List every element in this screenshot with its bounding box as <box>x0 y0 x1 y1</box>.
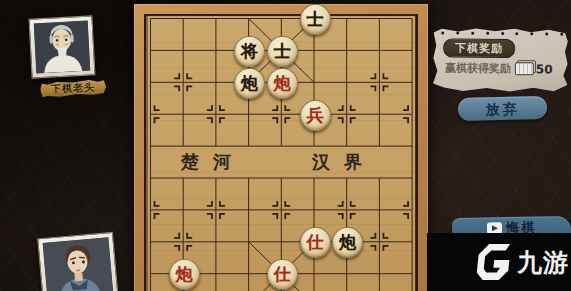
xiangqi-piece-black[interactable]: 炮 <box>332 227 363 258</box>
reward-title-badge: 下棋奖励 <box>443 38 515 58</box>
player-portrait <box>37 232 119 291</box>
reward-amount: 50 <box>536 62 553 76</box>
opponent-portrait: 下棋老头 <box>28 15 95 78</box>
watermark-bar: 九游 <box>427 233 571 291</box>
money-icon <box>515 62 534 75</box>
xiangqi-piece-red[interactable]: 仕 <box>300 227 331 258</box>
xiangqi-piece-black[interactable]: 士 <box>267 36 298 67</box>
opponent-avatar <box>34 21 91 74</box>
pieces-layer: 士将士炮炮兵仕炮炮仕帥 <box>134 4 428 291</box>
player-photo-frame <box>37 232 119 291</box>
opponent-nameplate: 下棋老头 <box>40 79 107 98</box>
xiangqi-piece-black[interactable]: 将 <box>234 36 265 67</box>
reward-description: 赢棋获得奖励 <box>445 60 511 76</box>
watermark-text: 九游 <box>517 246 569 279</box>
jiuyou-logo-icon <box>475 242 513 282</box>
xiangqi-piece-red[interactable]: 炮 <box>267 68 298 99</box>
xiangqi-piece-black[interactable]: 炮 <box>234 68 265 99</box>
xiangqi-board[interactable]: 楚河 汉界 士将士炮炮兵仕炮炮仕帥 <box>133 3 429 291</box>
xiangqi-piece-red[interactable]: 仕 <box>267 259 298 290</box>
xiangqi-piece-red[interactable]: 兵 <box>300 100 331 131</box>
note-holes <box>441 31 563 35</box>
xiangqi-piece-black[interactable]: 士 <box>300 4 331 35</box>
player-avatar <box>43 237 114 291</box>
opponent-photo-frame <box>28 15 95 78</box>
xiangqi-piece-red[interactable]: 炮 <box>169 259 200 290</box>
reward-note: 下棋奖励 赢棋获得奖励 50 <box>432 27 570 92</box>
give-up-button[interactable]: 放弃 <box>458 96 548 121</box>
